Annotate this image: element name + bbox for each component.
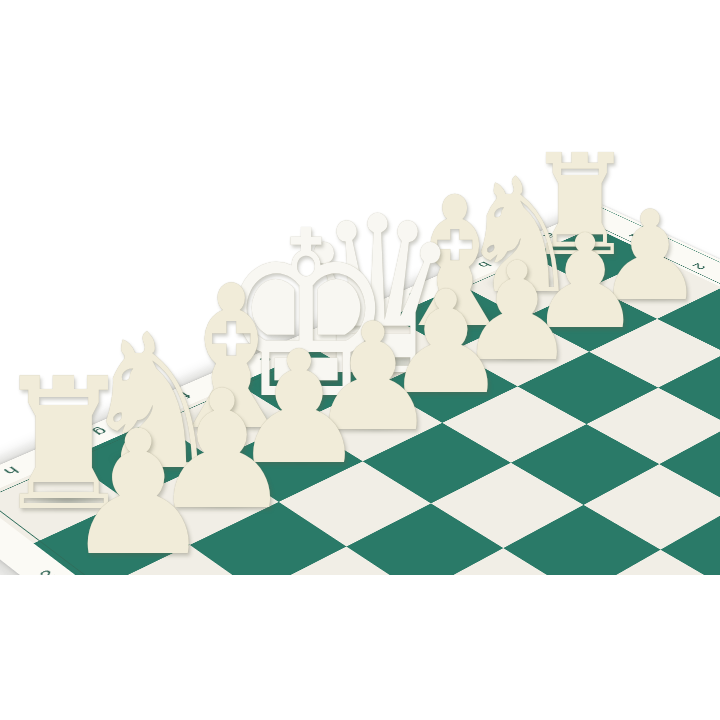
scene-caption: Product photo: white plastic Staunton ch…: [0, 0, 1, 1]
photo-white-margin: [0, 575, 720, 720]
chess-product-photo: abcdefgh8877665544332211abcdefgh ♜♞♝♛♚♝♞…: [0, 0, 720, 720]
pawn-glyph: ♟: [62, 408, 213, 580]
piece-white-pawn-h2: ♟: [138, 408, 292, 580]
